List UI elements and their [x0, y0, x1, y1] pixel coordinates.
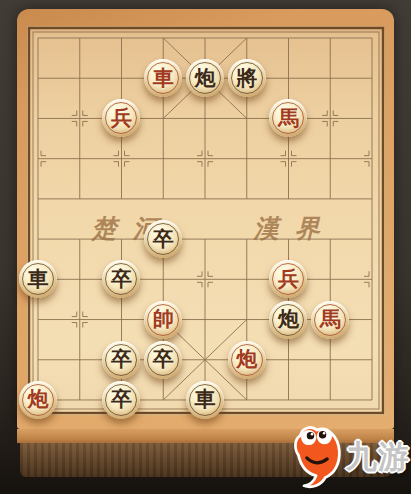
point-c0-r4[interactable]: [17, 179, 59, 219]
point-c8-r8[interactable]: [351, 340, 393, 380]
point-c7-r5[interactable]: [309, 219, 351, 259]
point-c0-r2[interactable]: [17, 98, 59, 138]
point-c8-r2[interactable]: [351, 98, 393, 138]
piece-character: 炮: [27, 389, 48, 410]
piece-character: 卒: [153, 349, 174, 370]
point-c5-r3[interactable]: [226, 139, 268, 179]
piece-red-horse[interactable]: 馬: [269, 99, 307, 137]
point-c7-r2[interactable]: [309, 98, 351, 138]
piece-character: 卒: [111, 349, 132, 370]
point-c4-r6[interactable]: [184, 259, 226, 299]
point-c3-r9[interactable]: [142, 380, 184, 420]
piece-red-soldier[interactable]: 兵: [269, 260, 307, 298]
point-c4-r9[interactable]: 車: [184, 380, 226, 420]
point-c8-r5[interactable]: [351, 219, 393, 259]
point-c1-r0[interactable]: [59, 18, 101, 58]
point-c5-r6[interactable]: [226, 259, 268, 299]
point-c0-r6[interactable]: 車: [17, 259, 59, 299]
point-c1-r4[interactable]: [59, 179, 101, 219]
piece-red-general[interactable]: 帥: [144, 301, 182, 339]
point-c0-r3[interactable]: [17, 139, 59, 179]
point-c3-r5[interactable]: 卒: [142, 219, 184, 259]
piece-character: 兵: [111, 108, 132, 129]
point-c5-r2[interactable]: [226, 98, 268, 138]
point-c8-r3[interactable]: [351, 139, 393, 179]
point-c8-r1[interactable]: [351, 58, 393, 98]
point-c7-r9[interactable]: [309, 380, 351, 420]
piece-character: 車: [194, 389, 215, 410]
point-c7-r3[interactable]: [309, 139, 351, 179]
point-c7-r0[interactable]: [309, 18, 351, 58]
point-c7-r4[interactable]: [309, 179, 351, 219]
point-c3-r1[interactable]: 車: [142, 58, 184, 98]
point-c5-r1[interactable]: 將: [226, 58, 268, 98]
point-c0-r7[interactable]: [17, 299, 59, 339]
point-c6-r7[interactable]: 炮: [268, 299, 310, 339]
jiuyou-mascot-icon: [291, 423, 343, 491]
point-c6-r5[interactable]: [268, 219, 310, 259]
point-c2-r1[interactable]: [101, 58, 143, 98]
piece-character: 炮: [236, 349, 257, 370]
piece-character: 帥: [153, 309, 174, 330]
point-c4-r7[interactable]: [184, 299, 226, 339]
piece-red-chariot[interactable]: 車: [144, 59, 182, 97]
point-c4-r4[interactable]: [184, 179, 226, 219]
point-c0-r1[interactable]: [17, 58, 59, 98]
piece-black-soldier[interactable]: 卒: [144, 220, 182, 258]
point-c3-r8[interactable]: 卒: [142, 340, 184, 380]
point-c5-r8[interactable]: 炮: [226, 340, 268, 380]
point-c5-r7[interactable]: [226, 299, 268, 339]
point-c1-r5[interactable]: [59, 219, 101, 259]
point-c4-r0[interactable]: [184, 18, 226, 58]
point-c4-r5[interactable]: [184, 219, 226, 259]
point-c6-r0[interactable]: [268, 18, 310, 58]
piece-black-soldier[interactable]: 卒: [102, 260, 140, 298]
piece-red-cannon[interactable]: 炮: [228, 341, 266, 379]
point-c7-r6[interactable]: [309, 259, 351, 299]
point-c1-r2[interactable]: [59, 98, 101, 138]
point-c0-r0[interactable]: [17, 18, 59, 58]
point-c0-r9[interactable]: 炮: [17, 380, 59, 420]
point-c1-r8[interactable]: [59, 340, 101, 380]
point-c7-r7[interactable]: 馬: [309, 299, 351, 339]
piece-black-soldier[interactable]: 卒: [144, 341, 182, 379]
piece-black-general[interactable]: 將: [228, 59, 266, 97]
point-c4-r8[interactable]: [184, 340, 226, 380]
point-c7-r8[interactable]: [309, 340, 351, 380]
point-c1-r6[interactable]: [59, 259, 101, 299]
piece-character: 車: [153, 68, 174, 89]
point-c6-r3[interactable]: [268, 139, 310, 179]
piece-black-cannon[interactable]: 炮: [269, 301, 307, 339]
point-c5-r9[interactable]: [226, 380, 268, 420]
point-c6-r6[interactable]: 兵: [268, 259, 310, 299]
point-c6-r1[interactable]: [268, 58, 310, 98]
point-c8-r4[interactable]: [351, 179, 393, 219]
point-c2-r2[interactable]: 兵: [101, 98, 143, 138]
jiuyou-watermark: 九游: [291, 423, 410, 491]
piece-red-horse[interactable]: 馬: [311, 301, 349, 339]
piece-character: 炮: [278, 309, 299, 330]
point-c1-r1[interactable]: [59, 58, 101, 98]
point-c6-r4[interactable]: [268, 179, 310, 219]
point-c4-r2[interactable]: [184, 98, 226, 138]
point-c3-r2[interactable]: [142, 98, 184, 138]
piece-red-cannon[interactable]: 炮: [19, 381, 57, 419]
point-c8-r9[interactable]: [351, 380, 393, 420]
watermark-text: 九游: [346, 436, 410, 478]
piece-black-chariot[interactable]: 車: [186, 381, 224, 419]
point-c6-r2[interactable]: 馬: [268, 98, 310, 138]
point-c2-r7[interactable]: [101, 299, 143, 339]
piece-character: 車: [27, 269, 48, 290]
piece-black-cannon[interactable]: 炮: [186, 59, 224, 97]
piece-character: 卒: [153, 229, 174, 250]
piece-black-soldier[interactable]: 卒: [102, 381, 140, 419]
piece-character: 馬: [278, 108, 299, 129]
point-c6-r9[interactable]: [268, 380, 310, 420]
point-c3-r4[interactable]: [142, 179, 184, 219]
piece-character: 炮: [194, 68, 215, 89]
point-c3-r7[interactable]: 帥: [142, 299, 184, 339]
point-c8-r0[interactable]: [351, 18, 393, 58]
point-c2-r0[interactable]: [101, 18, 143, 58]
piece-red-soldier[interactable]: 兵: [102, 99, 140, 137]
piece-black-chariot[interactable]: 車: [19, 260, 57, 298]
point-c8-r7[interactable]: [351, 299, 393, 339]
piece-black-soldier[interactable]: 卒: [102, 341, 140, 379]
point-c6-r8[interactable]: [268, 340, 310, 380]
point-c5-r4[interactable]: [226, 179, 268, 219]
piece-character: 馬: [320, 309, 341, 330]
point-c2-r5[interactable]: [101, 219, 143, 259]
point-c1-r7[interactable]: [59, 299, 101, 339]
point-c3-r3[interactable]: [142, 139, 184, 179]
piece-character: 卒: [111, 269, 132, 290]
point-c3-r6[interactable]: [142, 259, 184, 299]
point-c3-r0[interactable]: [142, 18, 184, 58]
board-grid: 車炮將兵馬卒車卒兵帥炮馬卒卒炮炮卒車: [17, 18, 393, 420]
piece-character: 兵: [278, 269, 299, 290]
point-c2-r4[interactable]: [101, 179, 143, 219]
xiangqi-screen: 楚 河漢 界 車炮將兵馬卒車卒兵帥炮馬卒卒炮炮卒車 九游: [0, 0, 411, 494]
point-c7-r1[interactable]: [309, 58, 351, 98]
point-c4-r3[interactable]: [184, 139, 226, 179]
point-c5-r5[interactable]: [226, 219, 268, 259]
point-c1-r9[interactable]: [59, 380, 101, 420]
piece-character: 將: [236, 68, 257, 89]
point-c2-r8[interactable]: 卒: [101, 340, 143, 380]
point-c2-r3[interactable]: [101, 139, 143, 179]
point-c0-r8[interactable]: [17, 340, 59, 380]
point-c0-r5[interactable]: [17, 219, 59, 259]
point-c8-r6[interactable]: [351, 259, 393, 299]
point-c2-r9[interactable]: 卒: [101, 380, 143, 420]
point-c5-r0[interactable]: [226, 18, 268, 58]
point-c2-r6[interactable]: 卒: [101, 259, 143, 299]
point-c4-r1[interactable]: 炮: [184, 58, 226, 98]
piece-character: 卒: [111, 389, 132, 410]
point-c1-r3[interactable]: [59, 139, 101, 179]
